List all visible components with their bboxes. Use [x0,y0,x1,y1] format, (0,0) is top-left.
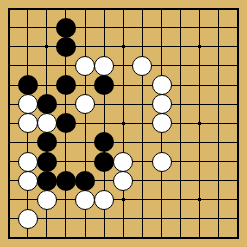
black-stone[interactable] [18,75,38,95]
white-stone[interactable] [18,171,38,191]
screenshot-stage [0,0,247,247]
hoshi-point [122,45,125,48]
hoshi-point [122,198,125,201]
white-stone[interactable] [75,56,95,76]
hoshi-point [45,45,48,48]
hoshi-point [198,122,201,125]
black-stone[interactable] [56,18,76,38]
hoshi-point [122,122,125,125]
black-stone[interactable] [75,171,95,191]
grid-line-horizontal [9,218,239,219]
white-stone[interactable] [152,113,172,133]
black-stone[interactable] [37,132,57,152]
white-stone[interactable] [37,190,57,210]
grid-line-vertical [218,9,219,239]
white-stone[interactable] [18,94,38,114]
black-stone[interactable] [56,171,76,191]
black-stone[interactable] [37,94,57,114]
black-stone[interactable] [56,113,76,133]
white-stone[interactable] [18,209,38,229]
white-stone[interactable] [152,152,172,172]
white-stone[interactable] [113,152,133,172]
black-stone[interactable] [56,75,76,95]
go-board[interactable] [0,0,247,247]
white-stone[interactable] [94,190,114,210]
white-stone[interactable] [152,94,172,114]
white-stone[interactable] [113,171,133,191]
black-stone[interactable] [94,152,114,172]
black-stone[interactable] [56,37,76,57]
grid-line-vertical [142,9,143,239]
black-stone[interactable] [94,75,114,95]
white-stone[interactable] [152,75,172,95]
hoshi-point [198,198,201,201]
white-stone[interactable] [18,152,38,172]
white-stone[interactable] [75,190,95,210]
white-stone[interactable] [75,94,95,114]
grid-line-vertical [180,9,181,239]
white-stone[interactable] [37,113,57,133]
white-stone[interactable] [18,113,38,133]
hoshi-point [198,45,201,48]
black-stone[interactable] [37,152,57,172]
white-stone[interactable] [94,56,114,76]
black-stone[interactable] [37,171,57,191]
